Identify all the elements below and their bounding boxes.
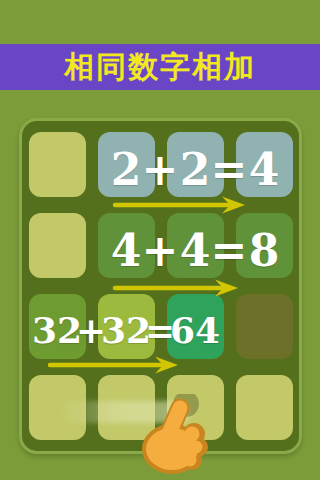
cell-r3c3-teal [167,294,224,359]
tutorial-banner-text: 相同数字相加 [64,47,256,88]
cell-r2c1-empty [29,213,86,278]
cell-r4c4-empty [236,375,293,440]
cell-r1c4-blue [236,132,293,197]
app-screen: 相同数字相加 2+2=44+4=832+32=64 [0,0,320,480]
cell-r2c2-green [98,213,155,278]
cell-r1c1-empty [29,132,86,197]
cell-r1c3-blue [167,132,224,197]
swipe-hand-icon[interactable] [134,394,214,476]
cell-r3c1-green2 [29,294,86,359]
cell-r3c4-olive [236,294,293,359]
cell-r1c2-blue [98,132,155,197]
tutorial-banner: 相同数字相加 [0,44,320,90]
cell-r3c2-lime [98,294,155,359]
cell-r2c4-green [236,213,293,278]
hand-fill [146,408,203,470]
cell-r2c3-green [167,213,224,278]
